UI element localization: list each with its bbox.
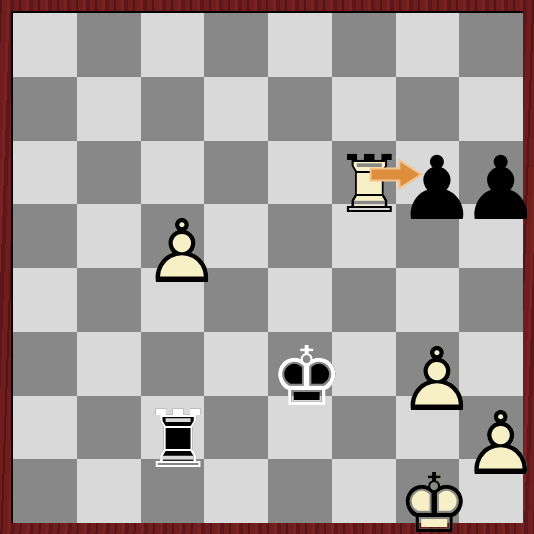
square-f4[interactable] — [332, 268, 396, 332]
piece-black-pawn-h6[interactable]: ♟ — [461, 143, 525, 207]
square-h7[interactable] — [459, 77, 523, 141]
square-c7[interactable] — [141, 77, 205, 141]
square-c8[interactable] — [141, 13, 205, 77]
wooden-board-frame: ♜♖♟♟♟♙♚♔♟♙♜♖♟♙♚♔ — [0, 0, 534, 534]
square-e4[interactable] — [268, 268, 332, 332]
square-c3[interactable] — [141, 332, 205, 396]
square-d7[interactable] — [204, 77, 268, 141]
square-g8[interactable] — [396, 13, 460, 77]
square-b1[interactable] — [77, 459, 141, 523]
square-e6[interactable] — [268, 141, 332, 205]
piece-white-pawn-c5[interactable]: ♟♙ — [143, 206, 207, 270]
square-d6[interactable] — [204, 141, 268, 205]
square-d3[interactable] — [204, 332, 268, 396]
black-pawn-glyph: ♟ — [461, 145, 534, 233]
square-a7[interactable] — [13, 77, 77, 141]
square-h8[interactable] — [459, 13, 523, 77]
white-king-outline-glyph: ♔ — [398, 463, 472, 534]
square-f1[interactable] — [332, 459, 396, 523]
square-b4[interactable] — [77, 268, 141, 332]
square-b3[interactable] — [77, 332, 141, 396]
square-a2[interactable] — [13, 396, 77, 460]
square-a4[interactable] — [13, 268, 77, 332]
board-squares-grid — [13, 13, 523, 523]
square-a3[interactable] — [13, 332, 77, 396]
piece-white-pawn-h2[interactable]: ♟♙ — [461, 398, 525, 462]
square-e1[interactable] — [268, 459, 332, 523]
white-rook-outline-glyph: ♖ — [334, 145, 406, 225]
piece-black-king-e3[interactable]: ♚♔ — [270, 334, 334, 398]
square-b8[interactable] — [77, 13, 141, 77]
square-c6[interactable] — [141, 141, 205, 205]
square-g4[interactable] — [396, 268, 460, 332]
square-f8[interactable] — [332, 13, 396, 77]
piece-black-pawn-g6[interactable]: ♟ — [398, 143, 462, 207]
square-b6[interactable] — [77, 141, 141, 205]
chess-board: ♜♖♟♟♟♙♚♔♟♙♜♖♟♙♚♔ — [11, 11, 523, 523]
white-pawn-outline-glyph: ♙ — [143, 208, 222, 296]
square-h4[interactable] — [459, 268, 523, 332]
square-a1[interactable] — [13, 459, 77, 523]
square-e8[interactable] — [268, 13, 332, 77]
square-g7[interactable] — [396, 77, 460, 141]
piece-black-rook-c2[interactable]: ♜♖ — [143, 398, 207, 462]
square-b5[interactable] — [77, 204, 141, 268]
black-rook-outline-glyph: ♖ — [143, 400, 215, 480]
square-f7[interactable] — [332, 77, 396, 141]
square-e7[interactable] — [268, 77, 332, 141]
square-b7[interactable] — [77, 77, 141, 141]
square-d8[interactable] — [204, 13, 268, 77]
square-e5[interactable] — [268, 204, 332, 268]
square-a6[interactable] — [13, 141, 77, 205]
square-a5[interactable] — [13, 204, 77, 268]
piece-white-king-g1[interactable]: ♚♔ — [398, 461, 462, 525]
square-a8[interactable] — [13, 13, 77, 77]
piece-white-pawn-g3[interactable]: ♟♙ — [398, 334, 462, 398]
square-b2[interactable] — [77, 396, 141, 460]
white-pawn-outline-glyph: ♙ — [461, 400, 534, 488]
piece-white-rook-f6[interactable]: ♜♖ — [334, 143, 398, 207]
black-king-outline-glyph: ♔ — [270, 336, 344, 418]
